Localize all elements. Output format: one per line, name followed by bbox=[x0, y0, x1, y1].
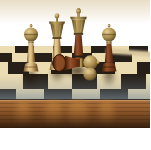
white-bishop-reflection bbox=[23, 71, 39, 88]
border-reflection-4 bbox=[99, 101, 114, 123]
black-bishop-reflection bbox=[101, 70, 117, 87]
square bbox=[0, 89, 16, 99]
white-bishop-piece bbox=[20, 24, 42, 72]
border-reflection-1 bbox=[16, 101, 30, 123]
square bbox=[100, 89, 128, 99]
black-bishop-piece bbox=[98, 24, 120, 72]
square bbox=[128, 89, 150, 99]
square bbox=[121, 74, 146, 89]
square bbox=[137, 62, 151, 74]
border-reflection-3 bbox=[68, 101, 88, 123]
square bbox=[0, 74, 23, 89]
square bbox=[44, 89, 72, 99]
border-reflection-2 bbox=[45, 101, 62, 123]
square bbox=[0, 46, 15, 53]
square bbox=[72, 89, 100, 99]
fallen-pawn-ball-reflection bbox=[82, 66, 98, 82]
square bbox=[0, 53, 12, 62]
board-rank-4 bbox=[0, 89, 150, 99]
board-front-border bbox=[0, 99, 150, 128]
square bbox=[146, 74, 151, 89]
chessboard-photo-scene bbox=[0, 0, 150, 150]
square bbox=[0, 62, 8, 74]
square bbox=[16, 89, 44, 99]
